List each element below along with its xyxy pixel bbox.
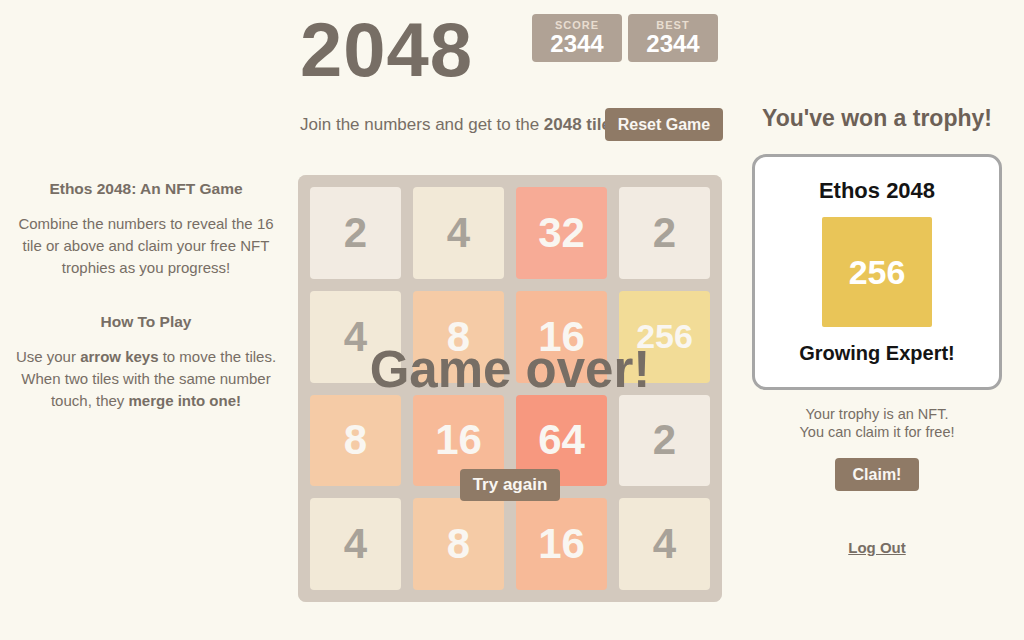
page-title: 2048 <box>300 6 473 93</box>
trophy-panel: You've won a trophy! Ethos 2048 256 Grow… <box>752 105 1002 557</box>
score-panel: SCORE 2344 BEST 2344 <box>532 14 718 62</box>
instr-part: Use your <box>16 348 80 365</box>
logout-link[interactable]: Log Out <box>848 539 905 556</box>
claim-button[interactable]: Claim! <box>835 458 919 491</box>
trophy-note-line2: You can claim it for free! <box>752 423 1002 441</box>
instr-merge: merge into one! <box>129 392 242 409</box>
trophy-card: Ethos 2048 256 Growing Expert! <box>752 154 1002 390</box>
sidebar-heading: Ethos 2048: An NFT Game <box>10 178 282 200</box>
reset-game-button[interactable]: Reset Game <box>605 108 723 141</box>
trophy-heading: You've won a trophy! <box>752 105 1002 132</box>
sidebar-intro: Combine the numbers to reveal the 16 til… <box>10 213 282 278</box>
trophy-tile-256: 256 <box>822 217 932 327</box>
subtitle-text: Join the numbers and get to the <box>300 115 544 134</box>
game-over-text: Game over! <box>298 340 722 399</box>
subtitle: Join the numbers and get to the 2048 til… <box>300 115 617 135</box>
trophy-note: Your trophy is an NFT. You can claim it … <box>752 405 1002 441</box>
game-board: 24322481625681664248164 Game over! Try a… <box>298 175 722 602</box>
try-again-button[interactable]: Try again <box>460 469 560 501</box>
how-to-play-heading: How To Play <box>10 311 282 333</box>
score-box: SCORE 2344 <box>532 14 622 62</box>
game-over-overlay: Game over! Try again <box>298 175 722 602</box>
instr-arrow-keys: arrow keys <box>80 348 158 365</box>
trophy-rank-label: Growing Expert! <box>765 342 989 365</box>
trophy-note-line1: Your trophy is an NFT. <box>752 405 1002 423</box>
trophy-card-title: Ethos 2048 <box>765 178 989 204</box>
info-sidebar: Ethos 2048: An NFT Game Combine the numb… <box>10 178 282 411</box>
score-value: 2344 <box>546 31 608 56</box>
best-score-box: BEST 2344 <box>628 14 718 62</box>
best-value: 2344 <box>642 31 704 56</box>
how-to-play-text: Use your arrow keys to move the tiles. W… <box>10 346 282 411</box>
